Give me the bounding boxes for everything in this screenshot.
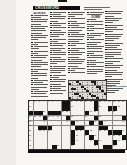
cell-number: 36 [71,116,73,118]
white-cell[interactable] [62,135,66,139]
clue-text-bar [53,90,66,91]
white-cell[interactable]: 30 [29,116,33,120]
white-cell[interactable]: 44 [103,121,107,125]
clue-text-line [87,42,104,43]
yesterday-answer-grid [68,80,107,101]
white-cell[interactable]: 61 [122,130,126,134]
clue-text-bar [68,39,83,40]
clue-number-mark [31,80,33,81]
clue-number-mark [87,46,89,47]
clue-text-bar [90,28,104,29]
clue-text-bar [53,12,66,13]
white-cell[interactable]: 2 [34,101,38,105]
white-cell[interactable]: 7 [57,101,61,105]
clue-text-line [68,30,85,31]
white-cell[interactable] [48,135,52,139]
white-cell[interactable] [89,116,93,120]
clue-text-line [68,48,85,49]
white-cell[interactable]: 59 [99,130,103,134]
clue-text-line [68,36,85,37]
white-cell[interactable]: 6 [52,101,56,105]
white-cell[interactable]: 54 [43,130,47,134]
white-cell[interactable] [62,126,66,130]
white-cell[interactable]: 32 [38,116,42,120]
white-cell[interactable] [34,145,38,149]
clue-text-bar [31,17,41,18]
white-cell[interactable] [48,145,52,149]
black-cell [85,111,89,115]
clue-text-line [87,53,104,54]
white-cell[interactable] [43,135,47,139]
clue-text-line [87,64,104,65]
cell-number: 77 [71,145,73,147]
white-cell[interactable]: 70 [75,140,79,144]
clue-text-bar [34,80,48,81]
cell-number: 59 [99,130,101,132]
clue-text-line [50,41,66,42]
clue-text-line [87,33,104,34]
white-cell[interactable]: 4 [43,101,47,105]
clue-text-bar [71,23,85,24]
white-cell[interactable] [66,135,70,139]
white-cell[interactable] [113,126,117,130]
white-cell[interactable] [66,126,70,130]
white-cell[interactable]: 27 [94,111,98,115]
white-cell[interactable] [80,145,84,149]
white-cell[interactable] [75,145,79,149]
clue-text-bar [105,54,121,55]
white-cell[interactable] [34,140,38,144]
white-cell[interactable] [80,135,84,139]
clue-text-line [50,14,66,15]
clue-text-bar [68,32,79,33]
white-cell[interactable]: 74 [122,140,126,144]
white-cell[interactable] [62,130,66,134]
black-cell [113,106,117,110]
clue-text-line [105,34,123,35]
white-cell[interactable] [38,106,42,110]
clue-text-bar [68,66,78,67]
white-cell[interactable] [89,106,93,110]
white-cell[interactable] [122,111,126,115]
white-cell[interactable]: 22 [117,106,121,110]
cell-number: 71 [90,140,92,142]
cell-number: 46 [29,125,31,127]
clue-text-line [31,46,48,47]
white-cell[interactable] [75,111,79,115]
white-cell[interactable] [62,145,66,149]
white-cell[interactable] [43,140,47,144]
clue-number-mark [105,49,107,50]
clue-text-line [68,43,85,44]
white-cell[interactable]: 78 [94,145,98,149]
cell-number: 12 [90,101,92,103]
clue-text-bar [71,34,85,35]
white-cell[interactable] [75,116,79,120]
clue-text-bar [107,58,122,59]
clue-text-bar [34,19,48,20]
white-cell[interactable] [38,140,42,144]
white-cell[interactable] [80,116,84,120]
clue-text-bar [53,66,66,67]
white-cell[interactable] [80,121,84,125]
black-cell [71,130,75,134]
white-cell[interactable]: 19 [29,106,33,110]
clue-text-bar [50,18,65,19]
clue-text-line [68,18,85,19]
clue-text-bar [53,59,66,60]
clue-text-line [105,20,123,21]
white-cell[interactable]: 36 [71,116,75,120]
clue-text-bar [34,62,48,63]
clue-text-line [105,70,123,71]
clue-text-line [31,64,48,65]
white-cell[interactable] [52,130,56,134]
clue-text-bar [105,13,122,14]
white-cell[interactable] [117,116,121,120]
clue-text-line [87,55,104,56]
white-cell[interactable]: 60 [103,130,107,134]
white-cell[interactable] [117,121,121,125]
white-cell[interactable] [80,111,84,115]
cell-number: 21 [99,106,101,108]
white-cell[interactable] [103,116,107,120]
clue-text-bar [50,81,65,82]
white-cell[interactable] [108,116,112,120]
white-cell[interactable]: 10 [80,101,84,105]
clue-text-bar [71,27,85,28]
clue-text-bar [71,52,85,53]
white-cell[interactable] [43,106,47,110]
black-cell [52,111,56,115]
clue-text-line [31,39,48,40]
white-cell[interactable]: 12 [89,101,93,105]
white-cell[interactable] [34,106,38,110]
cell-number: 41 [66,121,68,123]
white-cell[interactable]: 43 [94,121,98,125]
white-cell[interactable] [103,135,107,139]
clue-number-mark [31,69,33,70]
clue-number-mark [50,16,52,17]
white-cell[interactable] [66,130,70,134]
clue-text-line [105,29,123,30]
cell-number: 61 [122,130,124,132]
white-cell[interactable]: 55 [48,130,52,134]
white-cell[interactable]: 15 [108,101,112,105]
white-cell[interactable] [57,130,61,134]
clue-number-mark [68,68,70,69]
white-cell[interactable]: 66 [108,135,112,139]
clue-text-line [31,48,48,49]
clue-text-bar [87,35,101,36]
white-cell[interactable]: 75 [29,145,33,149]
clue-number-mark [31,55,33,56]
clue-text-line [105,40,123,41]
clue-text-bar [105,76,113,77]
white-cell[interactable] [113,116,117,120]
black-cell [66,116,70,120]
white-cell[interactable]: 37 [85,116,89,120]
clue-text-bar [34,55,48,56]
clue-text-line [31,66,48,67]
white-cell[interactable]: 72 [99,140,103,144]
white-cell[interactable] [99,145,103,149]
cell-number: 76 [57,145,59,147]
clue-text-bar [87,71,103,72]
white-cell[interactable]: 34 [52,116,56,120]
white-cell[interactable]: 65 [94,135,98,139]
clue-text-line [105,52,123,53]
white-cell[interactable] [48,140,52,144]
clue-text-line [50,21,66,22]
black-cell [71,140,75,144]
white-cell[interactable]: 76 [57,145,61,149]
cell-number: 34 [52,116,54,118]
white-cell[interactable] [94,126,98,130]
white-cell[interactable] [117,111,121,115]
clue-text-line [31,15,48,16]
white-cell[interactable]: 28 [108,111,112,115]
clue-number-mark [105,18,107,19]
clue-text-bar [34,15,48,16]
cell-number: 45 [122,121,124,123]
white-cell[interactable] [122,106,126,110]
clue-text-bar [31,78,38,79]
white-cell[interactable]: 31 [34,116,38,120]
white-cell[interactable]: 45 [122,121,126,125]
white-cell[interactable]: 48 [71,126,75,130]
white-cell[interactable] [122,145,126,149]
white-cell[interactable]: 42 [75,121,79,125]
white-cell[interactable]: 16 [113,101,117,105]
white-cell[interactable] [57,106,61,110]
white-cell[interactable]: 40 [43,121,47,125]
white-cell[interactable]: 23 [43,111,47,115]
white-cell[interactable] [57,126,61,130]
white-cell[interactable] [117,145,121,149]
white-cell[interactable]: 18 [122,101,126,105]
white-cell[interactable] [108,140,112,144]
white-cell[interactable] [52,135,56,139]
cell-number: 69 [29,140,31,142]
clue-text-bar [50,68,65,69]
white-cell[interactable] [113,121,117,125]
white-cell[interactable]: 64 [85,135,89,139]
clue-text-bar [31,48,39,49]
clue-number-mark [50,66,52,67]
white-cell[interactable] [57,135,61,139]
clue-text-bar [105,61,120,62]
clue-text-bar [107,29,122,30]
clue-text-bar [34,91,48,92]
clue-text-bar [68,54,82,55]
white-cell[interactable] [85,106,89,110]
white-cell[interactable] [85,140,89,144]
clue-text-bar [68,30,82,31]
white-cell[interactable] [103,140,107,144]
clue-text-bar [105,16,115,17]
clue-text-line [50,66,66,67]
clue-text-line [50,39,66,40]
clue-text-line [87,37,104,38]
clue-text-line [50,45,66,46]
clue-number-mark [50,23,52,24]
clue-text-line [50,23,66,24]
clue-text-bar [87,30,94,31]
clue-text-bar [87,60,96,61]
clue-text-bar [90,39,104,40]
white-cell[interactable] [71,111,75,115]
white-cell[interactable]: 3 [38,101,42,105]
white-cell[interactable] [66,145,70,149]
white-cell[interactable]: 79 [113,145,117,149]
cell-number: 37 [85,116,87,118]
clue-text-bar [105,20,120,21]
white-cell[interactable] [103,106,107,110]
clue-number-mark [68,52,70,53]
clue-text-bar [31,28,45,29]
clue-text-line [105,63,123,64]
cell-number: 74 [122,140,124,142]
white-cell[interactable]: 41 [66,121,70,125]
white-cell[interactable]: 71 [89,140,93,144]
clue-text-bar [87,73,97,74]
clue-number-mark [87,12,89,13]
crossword-title-bar: CROSSWORD [33,6,80,10]
cell-number: 11 [85,101,87,103]
clue-text-bar [87,44,97,45]
clue-text-line [50,27,66,28]
clue-number-mark [68,27,70,28]
white-cell[interactable] [48,106,52,110]
cell-number: 53 [39,130,41,132]
cell-number: 24 [62,111,64,113]
white-cell[interactable]: 73 [117,140,121,144]
clue-text-line [105,79,123,80]
white-cell[interactable] [57,121,61,125]
white-cell[interactable] [57,140,61,144]
white-cell[interactable] [80,106,84,110]
clue-text-bar [34,51,48,52]
white-cell[interactable]: 35 [57,116,61,120]
clue-text-bar [71,43,85,44]
clue-text-bar [87,69,103,70]
cell-number: 29 [113,111,115,113]
white-cell[interactable] [75,106,79,110]
black-cell [113,140,117,144]
white-cell[interactable] [99,111,103,115]
white-cell[interactable]: 14 [103,101,107,105]
white-cell[interactable]: 51 [108,126,112,130]
clue-text-line [31,69,48,70]
clue-text-bar [34,84,48,85]
white-cell[interactable]: 21 [99,106,103,110]
white-cell[interactable] [52,106,56,110]
black-cell [71,135,75,139]
cell-number: 78 [94,145,96,147]
black-cell [94,106,98,110]
byline-line [84,7,110,8]
cell-number: 62 [29,135,31,137]
clue-text-line [50,25,66,26]
white-cell[interactable] [34,135,38,139]
clue-text-bar [50,70,65,71]
clue-text-bar [105,27,118,28]
cell-number: 38 [99,116,101,118]
clue-text-line [50,50,66,51]
black-cell [29,111,33,115]
clue-text-line [68,59,85,60]
clue-text-bar [107,11,122,12]
white-cell[interactable] [52,140,56,144]
white-cell[interactable]: 67 [113,135,117,139]
white-cell[interactable]: 53 [38,130,42,134]
clue-text-bar [68,25,79,26]
clue-text-bar [50,63,57,64]
clue-number-mark [31,46,33,47]
clue-text-bar [90,46,104,47]
white-cell[interactable] [62,116,66,120]
clue-text-line [68,72,85,73]
white-cell[interactable] [38,135,42,139]
white-cell[interactable]: 47 [52,126,56,130]
white-cell[interactable]: 38 [99,116,103,120]
clue-text-bar [31,89,39,90]
clue-number-mark [87,66,89,67]
white-cell[interactable]: 69 [29,140,33,144]
cell-number: 54 [43,130,45,132]
clue-text-line [31,60,48,61]
cell-number: 49 [85,125,87,127]
white-cell[interactable] [38,121,42,125]
clue-text-bar [50,21,58,22]
clue-text-bar [31,64,48,65]
white-cell[interactable]: 29 [113,111,117,115]
white-cell[interactable]: 49 [85,126,89,130]
cell-number: 31 [34,116,36,118]
white-cell[interactable] [103,111,107,115]
white-cell[interactable] [66,140,70,144]
white-cell[interactable] [85,145,89,149]
white-cell[interactable] [80,140,84,144]
white-cell[interactable]: 77 [71,145,75,149]
white-cell[interactable] [34,126,38,130]
white-cell[interactable] [34,130,38,134]
white-cell[interactable]: 20 [71,106,75,110]
white-cell[interactable]: 57 [80,130,84,134]
white-cell[interactable] [38,145,42,149]
clue-number-mark [31,15,33,16]
clue-text-line [50,32,66,33]
clue-number-mark [50,39,52,40]
clue-text-line [105,36,123,37]
cell-number: 73 [118,140,120,142]
cell-number: 63 [76,135,78,137]
white-cell[interactable] [34,121,38,125]
white-cell[interactable]: 25 [66,111,70,115]
white-cell[interactable] [117,126,121,130]
white-cell[interactable] [62,140,66,144]
white-cell[interactable] [43,145,47,149]
clue-text-bar [31,21,47,22]
clue-text-line [31,19,48,20]
clue-text-line [87,46,104,47]
white-cell[interactable]: 11 [85,101,89,105]
clue-text-bar [107,25,122,26]
clue-text-bar [34,46,48,47]
cell-number: 67 [113,135,115,137]
cell-number: 64 [85,135,87,137]
